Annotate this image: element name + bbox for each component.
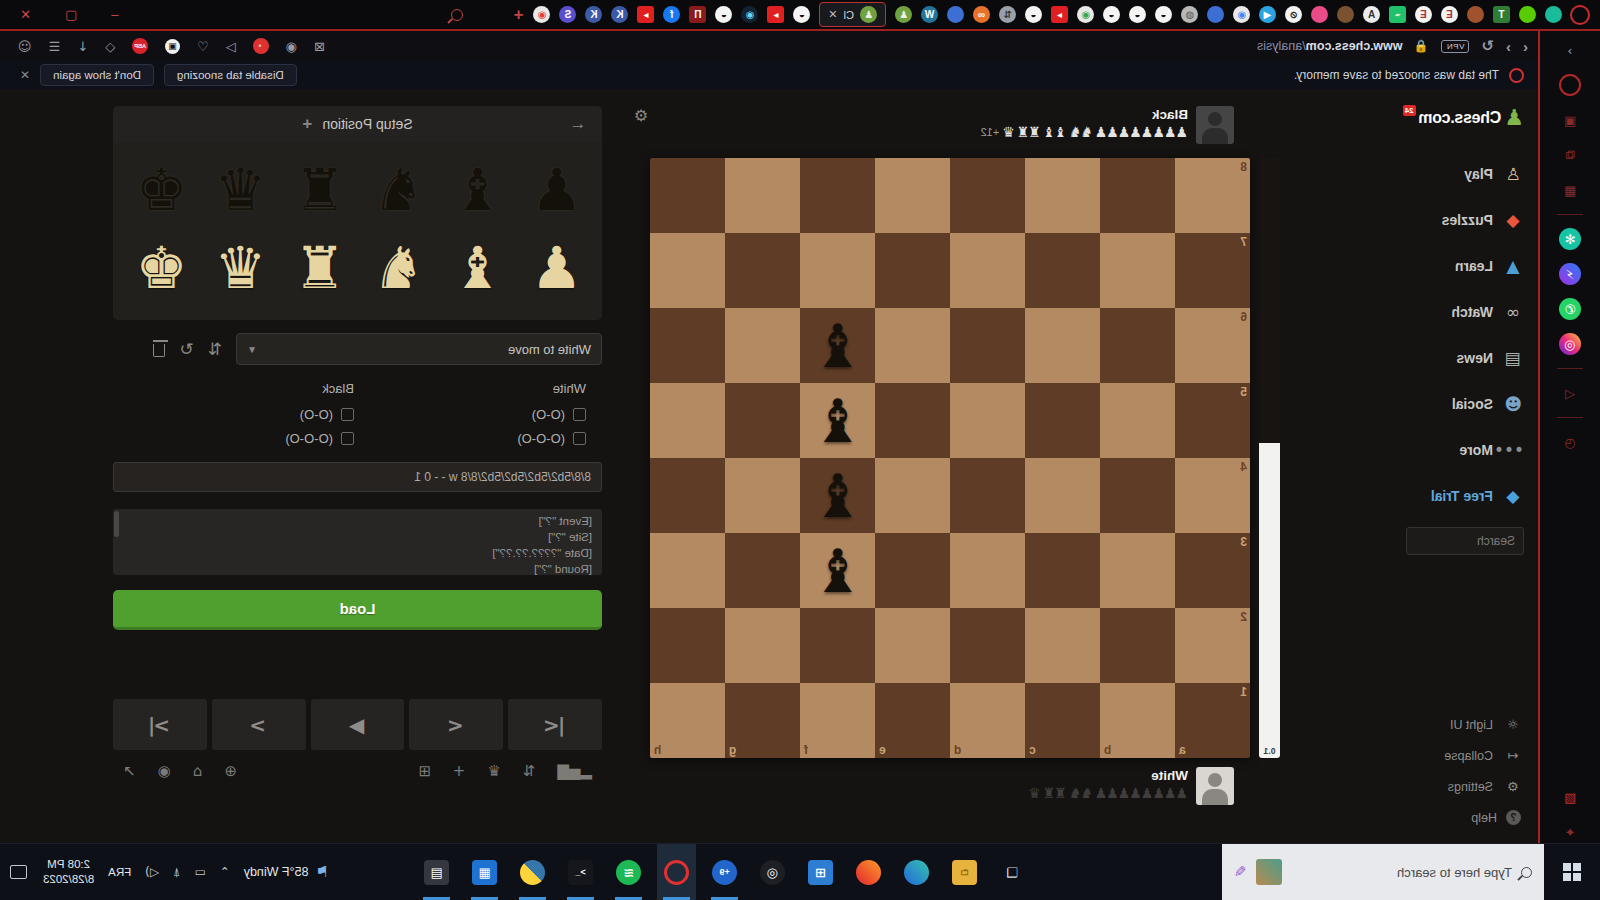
player-row-black: Black ♟♟♟♟♟♟♟♟ ♞♞ ♝♝ ♜♜ ♛+12 ⚙ — [632, 106, 1234, 152]
forward-button[interactable]: › — [1506, 38, 1511, 55]
tab-favicon-icon[interactable] — [1311, 6, 1328, 23]
more-icon: ••• — [1502, 440, 1524, 460]
chesscom-pawn-icon: ♟ — [1504, 109, 1524, 127]
square-g7[interactable] — [725, 233, 800, 308]
white-queenside-checkbox[interactable] — [573, 432, 586, 445]
square-g5[interactable] — [725, 383, 800, 458]
disable-tab-snoozing-button[interactable]: Disable tab snoozing — [164, 64, 297, 86]
file-label: a — [1179, 743, 1186, 757]
square-b2[interactable] — [1100, 608, 1175, 683]
tab-favicon-icon[interactable]: f — [663, 6, 680, 23]
square-a3[interactable]: 3 — [1175, 533, 1250, 608]
pgn-line: [Site "?"] — [123, 529, 592, 545]
window-controls: – ▢ ✕ — [6, 7, 118, 22]
square-c6[interactable] — [1025, 308, 1100, 383]
white-kingside-checkbox[interactable] — [573, 408, 586, 421]
send-icon[interactable]: ▷ — [226, 39, 236, 54]
castling-black: Black (O-O) (O-O-O) — [122, 381, 354, 446]
square-h2[interactable] — [650, 608, 725, 683]
square-e8[interactable] — [875, 158, 950, 233]
tab-favicon-icon[interactable]: E — [1441, 6, 1458, 23]
spotify-icon: ≋ — [616, 860, 641, 885]
setup-position-panel: ← Setup Position+ ♟♝♞♜♛♚ ♟♝♞♜♛♚ White to… — [113, 106, 602, 843]
weather-icon: ⚑ — [315, 863, 328, 881]
sidebar-item-social[interactable]: ☻Social — [1386, 381, 1524, 427]
task-view-icon: ❏ — [1000, 860, 1025, 885]
square-d6[interactable] — [950, 308, 1025, 383]
taskbar-app-store[interactable]: ⊞ — [801, 844, 840, 900]
square-e1[interactable]: e — [875, 683, 950, 758]
square-h7[interactable] — [650, 233, 725, 308]
taskbar-app-python[interactable] — [513, 844, 552, 900]
gx-control-icon[interactable]: ▦ — [1559, 179, 1581, 201]
square-h6[interactable] — [650, 308, 725, 383]
square-d3[interactable] — [950, 533, 1025, 608]
board-settings-gear-icon[interactable]: ⚙ — [634, 106, 648, 125]
tab-favicon-icon[interactable]: ∞ — [973, 6, 990, 23]
openings-icon[interactable]: ⌂ — [193, 762, 203, 780]
square-c2[interactable] — [1025, 608, 1100, 683]
tab-favicon-icon[interactable]: ◀ — [1259, 6, 1276, 23]
palette-white-piece[interactable]: ♛ — [201, 230, 280, 306]
sidebar-item-more[interactable]: •••More — [1386, 427, 1524, 473]
sidebar-item-label: Watch — [1452, 304, 1493, 320]
lock-icon[interactable]: 🔒 — [1414, 39, 1429, 53]
palette-white-piece[interactable]: ♝ — [438, 230, 517, 306]
mirrored-viewport: TEE⌁A⊘◀◉◍◒◒◒◉▸◒⇅∞W♟♟Cl✕◒▸◉◒Πf▸KKS◉ + – ▢… — [0, 0, 1600, 900]
person-icon[interactable]: ☺ — [18, 39, 32, 54]
vpn-badge[interactable]: VPN — [1441, 40, 1469, 53]
dont-show-again-button[interactable]: Don't show again — [40, 64, 154, 86]
square-d2[interactable] — [950, 608, 1025, 683]
turn-row: White to move▼ ⇅ ↻ — [113, 333, 602, 365]
dismiss-notification-icon[interactable]: ✕ — [20, 68, 30, 82]
tab-favicon-icon[interactable]: ◒ — [1129, 6, 1146, 23]
speaker-icon[interactable]: ◁) — [145, 865, 159, 879]
square-d7[interactable] — [950, 233, 1025, 308]
square-h1[interactable]: h — [650, 683, 725, 758]
whatsapp-icon[interactable]: ✆ — [1559, 298, 1581, 320]
panel-toggle-icon[interactable]: › — [1559, 39, 1581, 61]
square-a5[interactable]: 5 — [1175, 383, 1250, 458]
tab-favicon-icon[interactable]: E — [1415, 6, 1432, 23]
piece-black-b[interactable]: ♝ — [800, 458, 875, 533]
square-c4[interactable] — [1025, 458, 1100, 533]
square-e2[interactable] — [875, 608, 950, 683]
sliders-icon[interactable]: ☰ — [49, 39, 61, 54]
footer-item-label: Settings — [1448, 780, 1493, 794]
palette-black-piece[interactable]: ♟ — [517, 152, 596, 228]
tab-favicon-icon[interactable]: ♟ — [895, 6, 912, 23]
square-b8[interactable] — [1100, 158, 1175, 233]
start-button[interactable] — [1544, 844, 1600, 900]
gx-corner-icon[interactable]: ◁ — [1559, 382, 1581, 404]
heart-icon[interactable]: ♡ — [197, 39, 209, 54]
restore-button[interactable]: ▢ — [65, 7, 77, 22]
chesscom-sidebar: ♟ Chess.com 24 ♙Play◆Puzzles▲Learn∞Watch… — [1386, 89, 1538, 843]
search-icon — [1521, 867, 1532, 878]
tab-favicon-icon[interactable] — [1519, 6, 1536, 23]
rank-label: 3 — [1240, 535, 1247, 549]
social-icon: ☻ — [1502, 394, 1524, 414]
paint3d-icon: +9 — [712, 860, 737, 885]
palette-white-piece[interactable]: ♜ — [280, 230, 359, 306]
active-tab[interactable]: ♟Cl✕ — [819, 2, 886, 27]
piece-black-b[interactable]: ♝ — [800, 308, 875, 383]
url-field[interactable]: www.chess.com/analysis — [1257, 39, 1402, 53]
timer-icon[interactable]: ◔ — [253, 38, 269, 54]
tab-favicon-icon[interactable]: ⌁ — [1389, 6, 1406, 23]
sidebar-item-label: News — [1456, 350, 1493, 366]
tab-search-icon[interactable] — [451, 9, 463, 21]
tab-favicon-icon[interactable]: ◒ — [1155, 6, 1172, 23]
square-g1[interactable]: g — [725, 683, 800, 758]
square-e5[interactable] — [875, 383, 950, 458]
footer-item-help[interactable]: ?Help — [1386, 802, 1524, 833]
square-d4[interactable] — [950, 458, 1025, 533]
square-g4[interactable] — [725, 458, 800, 533]
tab-favicon-icon[interactable]: ◉ — [741, 6, 758, 23]
watch-icon: ∞ — [1502, 302, 1524, 322]
square-g8[interactable] — [725, 158, 800, 233]
display-icon[interactable]: ▭ — [194, 865, 205, 879]
language-indicator[interactable]: FRA — [108, 866, 131, 878]
piece-black-b[interactable]: ♝ — [800, 533, 875, 608]
castling-options: White (O-O) (O-O-O) Black (O-O) (O-O-O) — [113, 381, 602, 446]
square-b5[interactable] — [1100, 383, 1175, 458]
adblock-icon[interactable]: ABP — [132, 38, 148, 54]
sidebar-item-label: More — [1460, 442, 1493, 458]
piece-black-b[interactable]: ♝ — [800, 383, 875, 458]
new-tab-button[interactable]: + — [513, 5, 523, 25]
square-f6[interactable]: ♝ — [800, 308, 875, 383]
taskbar-app-opera-gx[interactable] — [657, 844, 696, 900]
player-name-black: Black — [981, 107, 1189, 122]
free-trial-icon: ◆ — [1502, 486, 1524, 506]
last-move-button[interactable]: >| — [113, 699, 207, 750]
sidebar-item-watch[interactable]: ∞Watch — [1386, 289, 1524, 335]
weather-widget[interactable]: ⚑85°F Windy — [244, 863, 329, 881]
play-button[interactable]: ▶ — [311, 699, 405, 750]
sidebar-item-label: Puzzles — [1442, 212, 1493, 228]
tab-favicon-icon[interactable] — [1207, 6, 1224, 23]
chess-board[interactable]: 876♝5♝4♝3♝21abcdefgh — [650, 158, 1250, 758]
tab-favicon-icon[interactable] — [947, 6, 964, 23]
chart-icon[interactable]: ▂▅▇ — [557, 762, 592, 780]
mic-icon[interactable]: ⍋ — [173, 865, 180, 879]
tab-favicon-icon[interactable]: Π — [689, 6, 706, 23]
tab-favicon-icon[interactable]: ▸ — [637, 6, 654, 23]
footer-item-collapse[interactable]: ↤Collapse — [1386, 740, 1524, 771]
snip-icon[interactable]: ⊠ — [314, 39, 325, 54]
eval-score: 0.1 — [1259, 746, 1280, 756]
taskbar-app-task-view[interactable]: ❏ — [993, 844, 1032, 900]
square-d1[interactable]: d — [950, 683, 1025, 758]
analysis-tools: ▂▅▇⇅♛+⊞ ⊕⌂◉↗ — [113, 762, 602, 780]
square-f1[interactable]: f — [800, 683, 875, 758]
camera-icon[interactable]: ◉ — [286, 39, 297, 54]
taskbar-app-firefox[interactable] — [849, 844, 888, 900]
file-label: b — [1104, 743, 1111, 757]
next-move-button[interactable]: > — [212, 699, 306, 750]
panel-header: ← Setup Position+ — [113, 106, 602, 142]
add-tab-icon[interactable]: + — [302, 114, 312, 134]
taskbar-app-terminal[interactable]: >_ — [561, 844, 600, 900]
file-label: h — [654, 743, 661, 757]
square-e6[interactable] — [875, 308, 950, 383]
add-icon[interactable]: + — [453, 762, 466, 780]
player-row-white: White ♟♟♟♟♟♟♟♟ ♞♞ ♜♜ ♛ — [632, 767, 1234, 813]
flip-board-icon[interactable]: ⇅ — [523, 762, 536, 780]
close-button[interactable]: ✕ — [20, 7, 31, 22]
taskbar-app-films[interactable]: ▤ — [417, 844, 456, 900]
twitch-icon[interactable]: ⧉ — [1559, 144, 1581, 166]
square-h5[interactable] — [650, 383, 725, 458]
opera-menu-icon[interactable] — [1570, 5, 1590, 25]
tab-favicon-icon[interactable] — [1337, 6, 1354, 23]
tab-favicon-icon[interactable]: ◉ — [1077, 6, 1094, 23]
tab-favicon-icon[interactable] — [1545, 6, 1562, 23]
taskbar-search[interactable]: Type here to search ✎ — [1222, 844, 1544, 900]
notification-badge: 24 — [1403, 105, 1416, 116]
tab-favicon-icon[interactable]: ◒ — [715, 6, 732, 23]
store-icon: ⊞ — [808, 860, 833, 885]
tab-favicon-icon[interactable]: S — [559, 6, 576, 23]
square-a7[interactable]: 7 — [1175, 233, 1250, 308]
films-icon: ▤ — [424, 860, 449, 885]
black-queenside-checkbox[interactable] — [341, 432, 354, 445]
taskbar-apps: ❏🗀⊞◎+9≋>_▦▤ — [417, 844, 1032, 900]
square-b4[interactable] — [1100, 458, 1175, 533]
square-c5[interactable] — [1025, 383, 1100, 458]
sidebar-item-news[interactable]: ▤News — [1386, 335, 1524, 381]
chesscom-logo[interactable]: ♟ Chess.com 24 — [1386, 109, 1524, 127]
rank-label: 5 — [1240, 385, 1247, 399]
square-g3[interactable] — [725, 533, 800, 608]
bing-image-icon[interactable] — [1256, 859, 1282, 885]
snooze-message: The tab was snoozed to save memory. — [1294, 68, 1499, 82]
sidebar-item-puzzles[interactable]: ◆Puzzles — [1386, 197, 1524, 243]
chatgpt-icon[interactable]: ✻ — [1559, 228, 1581, 250]
tab-favicon-icon[interactable]: A — [1363, 6, 1380, 23]
palette-black-piece[interactable]: ♞ — [359, 152, 438, 228]
footer-item-label: Help — [1471, 811, 1497, 825]
action-center-icon[interactable] — [10, 865, 27, 879]
tab-favicon-icon[interactable]: ▸ — [767, 6, 784, 23]
rank-label: 8 — [1240, 160, 1247, 174]
pgn-line: [Date "????.??.??"] — [123, 545, 592, 561]
extension-icons: ⊠◉◔▷♡▣ABP◇↓☰☺ — [10, 38, 325, 54]
tab-favicon-icon[interactable]: K — [585, 6, 602, 23]
palette-white-row: ♟♝♞♜♛♚ — [119, 230, 596, 306]
sidebar-item-free-trial[interactable]: ◆Free Trial — [1386, 473, 1524, 519]
screen: TEE⌁A⊘◀◉◍◒◒◒◉▸◒⇅∞W♟♟Cl✕◒▸◉◒Πf▸KKS◉ + – ▢… — [0, 0, 1600, 900]
prev-move-button[interactable]: < — [409, 699, 503, 750]
history-icon[interactable]: ◷ — [1559, 431, 1581, 453]
light-ui-icon: ☼ — [1502, 717, 1524, 732]
fen-input[interactable]: 8/8/5b2/5b2/5b2/5b2/8/8 w - - 0 1 — [113, 462, 602, 492]
share-icon[interactable]: ↗ — [123, 762, 136, 780]
taskbar-app-file-explorer[interactable]: 🗀 — [945, 844, 984, 900]
square-h4[interactable] — [650, 458, 725, 533]
tab-close-icon[interactable]: ✕ — [828, 8, 837, 21]
pgn-scrollbar[interactable] — [114, 511, 119, 537]
back-button[interactable]: ‹ — [1523, 38, 1528, 55]
tab-favicon-icon[interactable]: ◒ — [1025, 6, 1042, 23]
tab-favicon-icon[interactable]: ◒ — [793, 6, 810, 23]
palette-black-piece[interactable]: ♜ — [280, 152, 359, 228]
palette-white-piece[interactable]: ♞ — [359, 230, 438, 306]
rank-label: 1 — [1240, 685, 1247, 699]
tab-favicon-icon[interactable]: ◉ — [1233, 6, 1250, 23]
photos-icon: ▦ — [472, 860, 497, 885]
record-icon[interactable]: ◉ — [158, 762, 171, 780]
extension-icon[interactable]: ▣ — [165, 39, 180, 54]
square-e7[interactable] — [875, 233, 950, 308]
tab-favicon-icon[interactable] — [1467, 6, 1484, 23]
collapse-icon: ↤ — [1502, 748, 1524, 763]
flip-colors-icon[interactable]: ⇅ — [208, 339, 222, 359]
square-b6[interactable] — [1100, 308, 1175, 383]
rank-label: 2 — [1240, 610, 1247, 624]
square-c1[interactable]: c — [1025, 683, 1100, 758]
taskbar-app-obs[interactable]: ◎ — [753, 844, 792, 900]
pieces-icon[interactable]: ♛ — [487, 762, 500, 780]
pgn-line: [Event "?"] — [123, 513, 592, 529]
captured-pieces-black: ♟♟♟♟♟♟♟♟ ♞♞ ♝♝ ♜♜ ♛+12 — [981, 124, 1189, 140]
black-kingside-checkbox[interactable] — [341, 408, 354, 421]
help-icon: ? — [1506, 810, 1521, 825]
taskbar-app-edge[interactable] — [897, 844, 936, 900]
square-a6[interactable]: 6 — [1175, 308, 1250, 383]
tab-favicon-icon[interactable]: ◒ — [1103, 6, 1120, 23]
square-h3[interactable] — [650, 533, 725, 608]
reload-button[interactable]: ↻ — [1481, 37, 1494, 55]
square-c8[interactable] — [1025, 158, 1100, 233]
download-icon[interactable]: ↓ — [77, 39, 88, 54]
square-e4[interactable] — [875, 458, 950, 533]
tab-favicon-icon[interactable]: ◍ — [1181, 6, 1198, 23]
briefcase-icon[interactable]: ▣ — [1559, 109, 1581, 131]
footer-item-settings[interactable]: ⚙Settings — [1386, 771, 1524, 802]
chesscom-page: ♟ Chess.com 24 ♙Play◆Puzzles▲Learn∞Watch… — [0, 89, 1538, 843]
player-icon[interactable] — [1559, 74, 1581, 96]
square-f7[interactable] — [800, 233, 875, 308]
square-b1[interactable]: b — [1100, 683, 1175, 758]
tab-favicon-icon[interactable]: ◉ — [533, 6, 550, 23]
turn-select[interactable]: White to move▼ — [236, 333, 602, 365]
square-a8[interactable]: 8 — [1175, 158, 1250, 233]
square-f8[interactable] — [800, 158, 875, 233]
square-a2[interactable]: 2 — [1175, 608, 1250, 683]
avatar-white[interactable] — [1196, 767, 1234, 805]
square-f2[interactable] — [800, 608, 875, 683]
panel-title: Setup Position — [322, 116, 412, 132]
move-navigation: |<<▶>>| — [113, 699, 602, 750]
reset-icon[interactable]: ↻ — [180, 339, 194, 359]
square-c3[interactable] — [1025, 533, 1100, 608]
square-g6[interactable] — [725, 308, 800, 383]
avatar-black[interactable] — [1196, 106, 1234, 144]
palette-black-piece[interactable]: ♝ — [438, 152, 517, 228]
settings-icon[interactable]: ✦ — [1559, 821, 1581, 843]
taskbar-app-paint3d[interactable]: +9 — [705, 844, 744, 900]
square-b7[interactable] — [1100, 233, 1175, 308]
palette-black-piece[interactable]: ♚ — [122, 152, 201, 228]
rank-label: 4 — [1240, 460, 1247, 474]
evaluation-bar: 0.1 — [1259, 158, 1280, 758]
tab-favicon-icon[interactable]: ⇅ — [999, 6, 1016, 23]
palette-black-piece[interactable]: ♛ — [201, 152, 280, 228]
square-e3[interactable] — [875, 533, 950, 608]
hidden-icons-chevron[interactable]: ⌃ — [220, 865, 230, 879]
tab-favicon-icon[interactable]: ⊘ — [1285, 6, 1302, 23]
gx-sidebar: ›▣⧉▦✻⚡✆◎◁◷▨✦ — [1538, 31, 1600, 843]
cube-icon[interactable]: ◇ — [105, 39, 115, 54]
square-f3[interactable]: ♝ — [800, 533, 875, 608]
sidebar-search-input[interactable]: Search — [1406, 527, 1524, 555]
square-d8[interactable] — [950, 158, 1025, 233]
puzzles-icon: ◆ — [1502, 210, 1524, 230]
tab-favicon-icon[interactable]: W — [921, 6, 938, 23]
square-c7[interactable] — [1025, 233, 1100, 308]
tab-favicon-icon[interactable]: ▸ — [1051, 6, 1068, 23]
zoom-icon[interactable]: ⊕ — [224, 762, 237, 780]
square-a4[interactable]: 4 — [1175, 458, 1250, 533]
palette-white-piece[interactable]: ♚ — [122, 230, 201, 306]
captured-pieces-white: ♟♟♟♟♟♟♟♟ ♞♞ ♜♜ ♛ — [1029, 785, 1188, 801]
opera-gx-icon — [1509, 68, 1524, 83]
load-button[interactable]: Load — [113, 590, 602, 630]
terminal-icon: >_ — [568, 860, 593, 885]
board-editor-icon[interactable]: ⊞ — [418, 762, 431, 780]
sidebar-item-learn[interactable]: ▲Learn — [1386, 243, 1524, 289]
back-arrow-icon[interactable]: ← — [569, 114, 586, 134]
square-d5[interactable] — [950, 383, 1025, 458]
square-b3[interactable] — [1100, 533, 1175, 608]
python-icon — [520, 860, 545, 885]
pgn-textarea[interactable]: [Event "?"][Site "?"][Date "????.??.??"]… — [113, 509, 602, 575]
player-name-white: White — [1029, 768, 1188, 783]
square-f5[interactable]: ♝ — [800, 383, 875, 458]
minimize-button[interactable]: – — [111, 7, 118, 22]
obs-icon: ◎ — [760, 860, 785, 885]
footer-item-light-ui[interactable]: ☼Light UI — [1386, 709, 1524, 740]
taskbar-clock[interactable]: 2:08 PM8/28/2023 — [43, 857, 94, 887]
messenger-icon[interactable]: ⚡ — [1559, 263, 1581, 285]
active-tab-favicon-icon[interactable]: ♟ — [860, 6, 877, 23]
address-bar: ‹ › ↻ VPN 🔒 www.chess.com/analysis ⊠◉◔▷♡… — [0, 31, 1538, 61]
palette-black-row: ♟♝♞♜♛♚ — [119, 152, 596, 228]
instagram-icon[interactable]: ◎ — [1559, 333, 1581, 355]
palette-white-piece[interactable]: ♟ — [517, 230, 596, 306]
square-g2[interactable] — [725, 608, 800, 683]
square-h8[interactable] — [650, 158, 725, 233]
eval-black-section — [1259, 158, 1280, 443]
square-a1[interactable]: 1a — [1175, 683, 1250, 758]
file-label: f — [804, 743, 808, 757]
tab-favicon-icon[interactable]: K — [611, 6, 628, 23]
eval-white-section: 0.1 — [1259, 443, 1280, 758]
clear-board-icon[interactable] — [154, 344, 166, 357]
tab-favicon-icon[interactable]: T — [1493, 6, 1510, 23]
square-f4[interactable]: ♝ — [800, 458, 875, 533]
screenshot-icon[interactable]: ▨ — [1559, 786, 1581, 808]
taskbar-app-photos[interactable]: ▦ — [465, 844, 504, 900]
taskbar-app-spotify[interactable]: ≋ — [609, 844, 648, 900]
first-move-button[interactable]: |< — [508, 699, 602, 750]
sidebar-item-play[interactable]: ♙Play — [1386, 151, 1524, 197]
